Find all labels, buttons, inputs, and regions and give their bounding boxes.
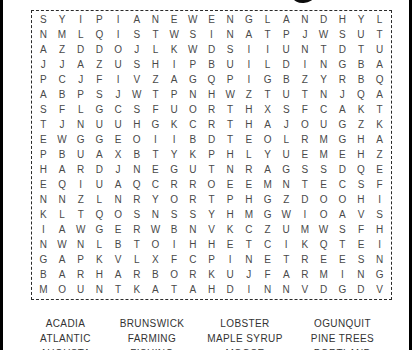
grid-cell: W	[314, 223, 333, 238]
grid-cell: T	[240, 238, 259, 253]
word-list-item: FARMING	[107, 331, 197, 346]
grid-cell: O	[165, 193, 184, 208]
grid-cell: P	[183, 57, 202, 72]
grid-cell: P	[202, 147, 221, 162]
grid-cell: W	[314, 27, 333, 42]
grid-cell: A	[333, 102, 352, 117]
grid-cell: G	[277, 163, 296, 178]
grid-cell: D	[202, 42, 221, 57]
grid-cell: B	[146, 268, 165, 283]
grid-cell: N	[183, 87, 202, 102]
grid-cell: A	[53, 223, 72, 238]
grid-cell: S	[127, 57, 146, 72]
word-list-item: LOBSTER	[197, 316, 293, 331]
grid-cell: C	[109, 102, 128, 117]
grid-cell: U	[109, 57, 128, 72]
grid-cell: U	[165, 102, 184, 117]
grid-cell: C	[258, 238, 277, 253]
grid-cell: U	[314, 117, 333, 132]
word-list-item: PORTLAND	[293, 346, 392, 350]
grid-cell: U	[277, 42, 296, 57]
grid-cell: O	[109, 42, 128, 57]
grid-cell: S	[277, 102, 296, 117]
grid-cell: N	[240, 253, 259, 268]
grid-cell: N	[277, 178, 296, 193]
grid-cell: H	[352, 147, 371, 162]
grid-cell: G	[90, 223, 109, 238]
grid-cell: N	[221, 163, 240, 178]
grid-cell: U	[90, 178, 109, 193]
grid-cell: L	[90, 238, 109, 253]
grid-cell: E	[258, 253, 277, 268]
word-list-item: PINE TREES	[293, 331, 392, 346]
grid-cell: V	[127, 72, 146, 87]
grid-cell: I	[109, 12, 128, 27]
grid-cell: Z	[277, 193, 296, 208]
grid-cell: G	[370, 268, 389, 283]
grid-cell: Y	[314, 72, 333, 87]
grid-cell: O	[53, 283, 72, 298]
grid-cell: W	[127, 87, 146, 102]
grid-cell: B	[352, 57, 371, 72]
grid-cell: Z	[90, 57, 109, 72]
grid-cell: N	[34, 27, 53, 42]
grid-cell: O	[258, 132, 277, 147]
grid-cell: E	[240, 132, 259, 147]
grid-cell: I	[240, 283, 259, 298]
grid-cell: P	[165, 87, 184, 102]
grid-cell: G	[34, 253, 53, 268]
grid-cell: M	[314, 147, 333, 162]
grid-cell: M	[34, 283, 53, 298]
word-list-column: LOBSTERMAPLE SYRUPMOOSE	[197, 316, 293, 350]
grid-cell: I	[221, 253, 240, 268]
grid-cell: N	[146, 12, 165, 27]
grid-cell: K	[183, 147, 202, 162]
grid-cell: E	[296, 147, 315, 162]
grid-cell: G	[258, 193, 277, 208]
grid-cell: E	[146, 163, 165, 178]
grid-cell: R	[127, 223, 146, 238]
grid-cell: I	[146, 132, 165, 147]
word-list-item: OGUNQUIT	[293, 316, 392, 331]
grid-cell: S	[333, 223, 352, 238]
grid-cell: J	[240, 268, 259, 283]
word-list-item: MAPLE SYRUP	[197, 331, 293, 346]
grid-cell: N	[127, 163, 146, 178]
grid-cell: A	[146, 283, 165, 298]
grid-cell: E	[333, 147, 352, 162]
grid-cell: C	[183, 253, 202, 268]
grid-cell: H	[240, 102, 259, 117]
grid-cell: J	[333, 87, 352, 102]
grid-cell: Q	[127, 178, 146, 193]
grid-cell: S	[165, 208, 184, 223]
grid-cell: U	[277, 223, 296, 238]
grid-cell: Y	[258, 147, 277, 162]
grid-cell: U	[277, 87, 296, 102]
grid-cell: T	[314, 42, 333, 57]
grid-cell: V	[352, 208, 371, 223]
cropped-title-descender	[293, 0, 314, 4]
grid-cell: G	[333, 57, 352, 72]
grid-cell: A	[71, 57, 90, 72]
grid-cell: R	[183, 193, 202, 208]
grid-cell: P	[221, 193, 240, 208]
grid-cell: V	[296, 283, 315, 298]
grid-cell: N	[221, 27, 240, 42]
grid-cell: A	[165, 72, 184, 87]
grid-cell: J	[109, 87, 128, 102]
grid-cell: N	[352, 268, 371, 283]
grid-cell: H	[221, 147, 240, 162]
grid-cell: I	[165, 132, 184, 147]
grid-cell: I	[202, 27, 221, 42]
grid-cell: M	[314, 268, 333, 283]
grid-cell: H	[90, 268, 109, 283]
grid-cell: L	[258, 57, 277, 72]
grid-cell: I	[165, 57, 184, 72]
grid-cell: N	[277, 283, 296, 298]
grid-cell: J	[109, 163, 128, 178]
grid-cell: T	[221, 132, 240, 147]
grid-cell: D	[314, 283, 333, 298]
grid-cell: H	[221, 208, 240, 223]
grid-cell: A	[258, 163, 277, 178]
grid-cell: N	[296, 42, 315, 57]
grid-cell: H	[202, 87, 221, 102]
grid-cell: W	[53, 238, 72, 253]
grid-cell: S	[127, 208, 146, 223]
grid-cell: Z	[296, 72, 315, 87]
grid-cell: T	[146, 27, 165, 42]
grid-cell: P	[71, 253, 90, 268]
grid-cell: Q	[202, 72, 221, 87]
grid-cell: B	[202, 57, 221, 72]
grid-cell: X	[258, 102, 277, 117]
grid-cell: G	[183, 72, 202, 87]
grid-cell: H	[146, 57, 165, 72]
grid-cell: A	[277, 268, 296, 283]
grid-cell: R	[183, 178, 202, 193]
grid-cell: T	[165, 283, 184, 298]
grid-cell: M	[296, 223, 315, 238]
grid-cell: H	[240, 117, 259, 132]
grid-cell: S	[352, 178, 371, 193]
grid-cell: S	[34, 12, 53, 27]
grid-cell: O	[296, 117, 315, 132]
grid-cell: A	[34, 87, 53, 102]
grid-cell: T	[296, 87, 315, 102]
grid-cell: J	[277, 117, 296, 132]
grid-cell: R	[333, 72, 352, 87]
word-list-column: ACADIAATLANTICAUGUSTA	[24, 316, 107, 350]
grid-cell: G	[258, 208, 277, 223]
grid-cell: P	[202, 253, 221, 268]
grid-cell: B	[34, 268, 53, 283]
grid-cell: F	[146, 102, 165, 117]
grid-cell: D	[90, 42, 109, 57]
grid-cell: P	[221, 72, 240, 87]
grid-cell: E	[34, 178, 53, 193]
grid-cell: S	[34, 102, 53, 117]
word-list-column: BRUNSWICKFARMINGFISHING	[107, 316, 197, 350]
grid-cell: L	[277, 132, 296, 147]
grid-cell: T	[258, 27, 277, 42]
grid-cell: R	[202, 102, 221, 117]
grid-cell: N	[183, 223, 202, 238]
grid-cell: R	[296, 268, 315, 283]
grid-cell: N	[258, 283, 277, 298]
grid-cell: J	[296, 27, 315, 42]
grid-cell: A	[109, 268, 128, 283]
grid-cell: T	[146, 147, 165, 162]
grid-cell: D	[296, 193, 315, 208]
grid-cell: R	[165, 178, 184, 193]
grid-cell: H	[352, 193, 371, 208]
grid-cell: E	[202, 12, 221, 27]
grid-cell: F	[258, 268, 277, 283]
grid-cell: Q	[90, 27, 109, 42]
grid-cell: P	[277, 27, 296, 42]
grid-cell: J	[53, 117, 72, 132]
grid-cell: N	[221, 12, 240, 27]
grid-cell: R	[183, 268, 202, 283]
grid-cell: T	[221, 117, 240, 132]
grid-cell: J	[53, 57, 72, 72]
grid-cell: Z	[258, 223, 277, 238]
grid-cell: N	[109, 193, 128, 208]
grid-cell: K	[90, 253, 109, 268]
grid-cell: C	[53, 72, 72, 87]
grid-cell: H	[352, 132, 371, 147]
grid-cell: E	[370, 163, 389, 178]
word-list-item: FISHING	[107, 346, 197, 350]
word-search-page: SYIPIANEWENGLANDHYLNMLQISTWSINATPJWSUTAZ…	[0, 0, 412, 350]
grid-cell: D	[71, 42, 90, 57]
grid-cell: I	[109, 72, 128, 87]
grid-cell: M	[240, 208, 259, 223]
grid-cell: N	[146, 208, 165, 223]
grid-cell: K	[221, 223, 240, 238]
grid-cell: Q	[314, 238, 333, 253]
grid-cell: T	[333, 238, 352, 253]
word-list-item: ACADIA	[24, 316, 107, 331]
grid-cell: H	[127, 117, 146, 132]
grid-cell: N	[34, 193, 53, 208]
grid-cell: R	[71, 163, 90, 178]
grid-cell: L	[258, 12, 277, 27]
grid-cell: Q	[53, 178, 72, 193]
grid-cell: Q	[352, 163, 371, 178]
grid-cell: U	[71, 147, 90, 162]
grid-cell: E	[109, 223, 128, 238]
grid-cell: W	[183, 42, 202, 57]
grid-cell: A	[34, 42, 53, 57]
grid-cell: R	[127, 193, 146, 208]
grid-cell: P	[71, 87, 90, 102]
grid-cell: A	[277, 12, 296, 27]
grid-cell: O	[314, 193, 333, 208]
grid-cell: E	[240, 178, 259, 193]
grid-cell: G	[333, 117, 352, 132]
grid-cell: V	[109, 253, 128, 268]
grid-cell: S	[370, 208, 389, 223]
grid-cell: T	[127, 238, 146, 253]
grid-cell: K	[127, 283, 146, 298]
grid-cell: A	[333, 208, 352, 223]
grid-cell: D	[90, 163, 109, 178]
grid-cell: C	[146, 178, 165, 193]
grid-cell: S	[333, 27, 352, 42]
grid-cell: I	[165, 238, 184, 253]
grid-cell: X	[109, 147, 128, 162]
grid-cell: K	[352, 102, 371, 117]
grid-cell: G	[165, 163, 184, 178]
grid-cell: S	[221, 42, 240, 57]
grid-cell: E	[352, 238, 371, 253]
grid-cell: B	[277, 72, 296, 87]
grid-cell: S	[183, 27, 202, 42]
grid-cell: H	[333, 12, 352, 27]
grid-cell: M	[314, 132, 333, 147]
grid-cell: N	[71, 117, 90, 132]
word-list-item: BRUNSWICK	[107, 316, 197, 331]
grid-cell: E	[221, 178, 240, 193]
grid-cell: R	[127, 268, 146, 283]
grid-cell: Z	[71, 193, 90, 208]
grid-cell: I	[296, 57, 315, 72]
grid-cell: D	[333, 42, 352, 57]
grid-cell: B	[109, 238, 128, 253]
grid-cell: E	[165, 12, 184, 27]
grid-cell: B	[53, 87, 72, 102]
grid-cell: X	[146, 253, 165, 268]
word-list-item: AUGUSTA	[24, 346, 107, 350]
grid-cell: D	[333, 163, 352, 178]
grid-cell: Y	[53, 12, 72, 27]
grid-cell: S	[127, 102, 146, 117]
grid-cell: D	[314, 12, 333, 27]
page-left-edge	[0, 0, 3, 350]
grid-cell: B	[352, 72, 371, 87]
grid-cell: G	[333, 132, 352, 147]
grid-cell: E	[34, 132, 53, 147]
grid-cell: Z	[146, 72, 165, 87]
grid-cell: H	[183, 238, 202, 253]
grid-cell: A	[258, 117, 277, 132]
grid-cell: K	[202, 268, 221, 283]
grid-cell: I	[370, 193, 389, 208]
grid-cell: O	[127, 132, 146, 147]
grid-cell: L	[71, 27, 90, 42]
grid-cell: D	[221, 283, 240, 298]
grid-cell: Z	[53, 42, 72, 57]
grid-cell: S	[127, 27, 146, 42]
grid-cell: Y	[352, 12, 371, 27]
grid-cell: K	[296, 238, 315, 253]
grid-cell: W	[146, 223, 165, 238]
grid-cell: I	[296, 208, 315, 223]
grid-cell: E	[314, 178, 333, 193]
grid-cell: E	[333, 253, 352, 268]
grid-cell: N	[34, 238, 53, 253]
grid-cell: C	[240, 223, 259, 238]
grid-cell: L	[146, 42, 165, 57]
grid-cell: O	[183, 102, 202, 117]
grid-cell: D	[202, 132, 221, 147]
grid-cell: G	[333, 283, 352, 298]
grid-cell: C	[314, 102, 333, 117]
grid-cell: D	[352, 283, 371, 298]
grid-cell: A	[240, 27, 259, 42]
grid-cell: H	[202, 238, 221, 253]
grid-cell: J	[34, 57, 53, 72]
grid-cell: I	[240, 72, 259, 87]
grid-cell: W	[165, 27, 184, 42]
grid-cell: I	[34, 223, 53, 238]
grid-cell: N	[296, 12, 315, 27]
grid-cell: W	[71, 223, 90, 238]
grid-cell: T	[370, 27, 389, 42]
grid-cell: Z	[370, 147, 389, 162]
grid-cell: P	[90, 12, 109, 27]
grid-cell: U	[90, 117, 109, 132]
grid-cell: C	[333, 178, 352, 193]
grid-cell: W	[221, 87, 240, 102]
grid-cell: V	[370, 283, 389, 298]
grid-cell: U	[221, 57, 240, 72]
grid-cell: N	[71, 238, 90, 253]
grid-cell: F	[370, 178, 389, 193]
grid-cell: L	[240, 147, 259, 162]
grid-cell: E	[221, 238, 240, 253]
grid-cell: G	[90, 132, 109, 147]
grid-cell: I	[240, 42, 259, 57]
grid-cell: F	[352, 223, 371, 238]
grid-cell: T	[277, 253, 296, 268]
grid-cell: Z	[352, 117, 371, 132]
grid-cell: I	[370, 238, 389, 253]
word-search-grid-border: SYIPIANEWENGLANDHYLNMLQISTWSINATPJWSUTAZ…	[31, 10, 392, 300]
grid-cell: E	[314, 253, 333, 268]
grid-cell: M	[258, 178, 277, 193]
grid-cell: I	[277, 238, 296, 253]
grid-cell: W	[53, 132, 72, 147]
grid-cell: K	[165, 117, 184, 132]
grid-cell: P	[34, 72, 53, 87]
grid-cell: T	[34, 117, 53, 132]
grid-cell: J	[71, 72, 90, 87]
grid-cell: U	[352, 27, 371, 42]
grid-cell: A	[370, 132, 389, 147]
grid-cell: T	[109, 283, 128, 298]
grid-cell: I	[258, 42, 277, 57]
grid-cell: Q	[352, 87, 371, 102]
grid-cell: A	[90, 147, 109, 162]
grid-cell: A	[53, 268, 72, 283]
word-list: ACADIAATLANTICAUGUSTABRUNSWICKFARMINGFIS…	[24, 316, 392, 350]
grid-cell: H	[34, 163, 53, 178]
grid-cell: F	[165, 253, 184, 268]
grid-cell: B	[127, 147, 146, 162]
grid-cell: G	[90, 102, 109, 117]
grid-cell: U	[183, 163, 202, 178]
grid-cell: G	[146, 117, 165, 132]
grid-cell: R	[202, 117, 221, 132]
grid-cell: V	[202, 223, 221, 238]
grid-cell: A	[370, 57, 389, 72]
